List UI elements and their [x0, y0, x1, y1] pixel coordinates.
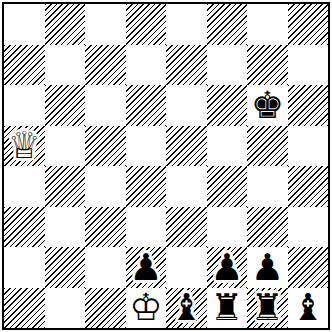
piece-glyph: ♚: [251, 87, 284, 124]
square-g3[interactable]: [247, 207, 288, 248]
square-g4[interactable]: [247, 166, 288, 207]
piece-white-queen[interactable]: ♛♕: [4, 126, 45, 167]
square-b5[interactable]: [45, 126, 86, 167]
square-f3[interactable]: [207, 207, 248, 248]
piece-glyph: ♟: [129, 249, 162, 286]
piece-black-bishop[interactable]: ♝: [288, 288, 329, 329]
square-b4[interactable]: [45, 166, 86, 207]
piece-black-king[interactable]: ♚: [247, 85, 288, 126]
piece-white-king[interactable]: ♔: [126, 288, 167, 329]
square-g5[interactable]: [247, 126, 288, 167]
square-e7[interactable]: [166, 45, 207, 86]
square-d4[interactable]: [126, 166, 167, 207]
square-f8[interactable]: [207, 4, 248, 45]
square-b1[interactable]: [45, 288, 86, 329]
square-e1[interactable]: ♝♝: [166, 288, 207, 329]
piece-glyph: ♟: [210, 249, 243, 286]
square-g2[interactable]: ♟: [247, 247, 288, 288]
board-frame: ♚♛♕♟♟♟♟♟♔♝♝♜♜♜♝: [2, 2, 330, 330]
square-h5[interactable]: [288, 126, 329, 167]
square-a6[interactable]: [4, 85, 45, 126]
square-h2[interactable]: [288, 247, 329, 288]
square-b8[interactable]: [45, 4, 86, 45]
square-e3[interactable]: [166, 207, 207, 248]
square-a3[interactable]: [4, 207, 45, 248]
piece-glyph: ♝: [170, 289, 203, 326]
square-d2[interactable]: ♟♟: [126, 247, 167, 288]
square-e8[interactable]: [166, 4, 207, 45]
piece-glyph: ♜: [251, 289, 284, 326]
square-e4[interactable]: [166, 166, 207, 207]
square-f7[interactable]: [207, 45, 248, 86]
square-d8[interactable]: [126, 4, 167, 45]
square-f4[interactable]: [207, 166, 248, 207]
square-e6[interactable]: [166, 85, 207, 126]
square-h8[interactable]: [288, 4, 329, 45]
square-c5[interactable]: [85, 126, 126, 167]
square-a8[interactable]: [4, 4, 45, 45]
square-d7[interactable]: [126, 45, 167, 86]
square-h1[interactable]: ♝: [288, 288, 329, 329]
square-c6[interactable]: [85, 85, 126, 126]
square-g1[interactable]: ♜♜: [247, 288, 288, 329]
square-c2[interactable]: [85, 247, 126, 288]
square-h6[interactable]: [288, 85, 329, 126]
square-a5[interactable]: ♛♕: [4, 126, 45, 167]
square-f5[interactable]: [207, 126, 248, 167]
piece-black-pawn[interactable]: ♟♟: [207, 247, 248, 288]
square-d5[interactable]: [126, 126, 167, 167]
piece-glyph: ♜: [210, 289, 243, 326]
square-c3[interactable]: [85, 207, 126, 248]
piece-glyph: ♟: [251, 249, 284, 286]
square-d1[interactable]: ♔: [126, 288, 167, 329]
square-h7[interactable]: [288, 45, 329, 86]
square-f2[interactable]: ♟♟: [207, 247, 248, 288]
square-h3[interactable]: [288, 207, 329, 248]
square-g6[interactable]: ♚: [247, 85, 288, 126]
chess-board: ♚♛♕♟♟♟♟♟♔♝♝♜♜♜♝: [4, 4, 328, 328]
square-b3[interactable]: [45, 207, 86, 248]
square-f6[interactable]: [207, 85, 248, 126]
piece-black-pawn[interactable]: ♟♟: [126, 247, 167, 288]
square-e5[interactable]: [166, 126, 207, 167]
square-b6[interactable]: [45, 85, 86, 126]
square-c7[interactable]: [85, 45, 126, 86]
square-a4[interactable]: [4, 166, 45, 207]
square-g7[interactable]: [247, 45, 288, 86]
square-h4[interactable]: [288, 166, 329, 207]
square-c8[interactable]: [85, 4, 126, 45]
square-a2[interactable]: [4, 247, 45, 288]
piece-black-pawn[interactable]: ♟: [247, 247, 288, 288]
square-a7[interactable]: [4, 45, 45, 86]
square-a1[interactable]: [4, 288, 45, 329]
piece-glyph: ♔: [129, 289, 162, 326]
square-e2[interactable]: [166, 247, 207, 288]
square-c4[interactable]: [85, 166, 126, 207]
piece-black-bishop[interactable]: ♝♝: [166, 288, 207, 329]
piece-black-rook[interactable]: ♜♜: [247, 288, 288, 329]
square-g8[interactable]: [247, 4, 288, 45]
square-d6[interactable]: [126, 85, 167, 126]
square-c1[interactable]: [85, 288, 126, 329]
piece-glyph: ♝: [291, 289, 324, 326]
piece-glyph: ♕: [8, 127, 41, 164]
square-b2[interactable]: [45, 247, 86, 288]
square-d3[interactable]: [126, 207, 167, 248]
square-f1[interactable]: ♜: [207, 288, 248, 329]
piece-black-rook[interactable]: ♜: [207, 288, 248, 329]
square-b7[interactable]: [45, 45, 86, 86]
